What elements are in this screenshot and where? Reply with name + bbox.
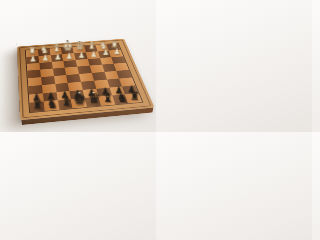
square-g5 — [41, 76, 55, 85]
piece-black-rook-h8: ♜ — [30, 100, 44, 111]
playfield-grid: ♜♞♝♚♛♝♞♜♟♟♟♟♟♟♟♟♟♟♟♟♟♟♟♟♜♞♝♚♛♝♞♜ — [25, 43, 144, 113]
piece-white-rook-h1: ♜ — [26, 47, 38, 56]
square-h4 — [27, 70, 40, 78]
square-d4 — [77, 66, 91, 74]
chessboard: ♜♞♝♚♛♝♞♜♟♟♟♟♟♟♟♟♟♟♟♟♟♟♟♟♜♞♝♚♛♝♞♜ — [17, 39, 154, 120]
piece-white-pawn-a2: ♟ — [111, 48, 123, 56]
piece-black-pawn-h7: ♟ — [30, 92, 44, 101]
square-b4 — [102, 64, 117, 72]
piece-white-rook-a1: ♜ — [109, 40, 121, 49]
square-a4 — [114, 63, 129, 71]
square-h5 — [28, 77, 42, 86]
square-h8: ♜ — [30, 102, 45, 112]
square-e5 — [66, 74, 81, 83]
square-g6 — [42, 84, 56, 93]
square-g8: ♞ — [44, 101, 59, 111]
square-d8: ♛ — [85, 97, 101, 107]
square-f5 — [54, 75, 68, 84]
piece-black-pawn-e7: ♟ — [71, 89, 85, 98]
board-side-left — [17, 42, 20, 119]
page-background: { "game": "chess", "scene_type": "overhe… — [0, 0, 156, 132]
piece-black-pawn-a7: ♟ — [125, 84, 139, 93]
piece-black-pawn-b7: ♟ — [111, 85, 125, 94]
square-a6 — [119, 77, 135, 86]
piece-white-knight-g1: ♞ — [38, 45, 50, 55]
square-a8: ♜ — [125, 93, 142, 103]
product-photo-scene: ♜♞♝♚♛♝♞♜♟♟♟♟♟♟♟♟♟♟♟♟♟♟♟♟♜♞♝♚♛♝♞♜ — [0, 0, 156, 132]
piece-white-pawn-h2: ♟ — [27, 54, 39, 62]
